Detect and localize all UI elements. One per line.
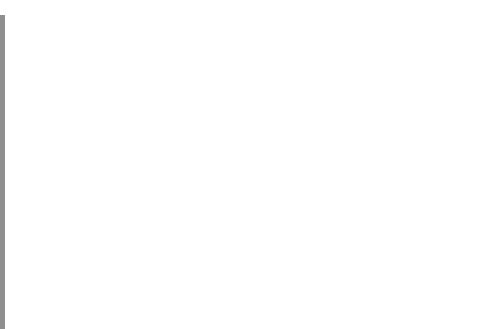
board-edge-shadow <box>0 15 5 329</box>
board-grid <box>17 15 478 329</box>
goban[interactable] <box>17 15 478 329</box>
go-game-viewer <box>0 0 500 329</box>
